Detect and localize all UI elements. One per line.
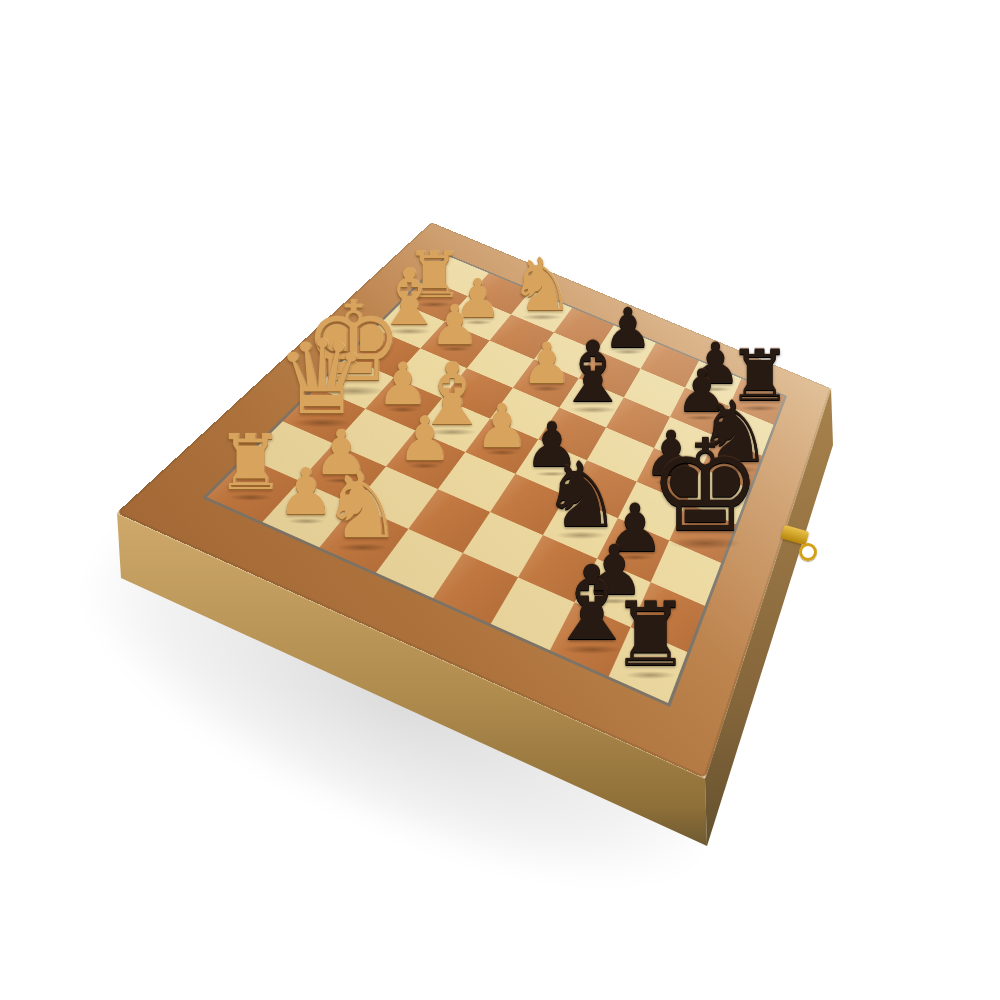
light-knight-a3[interactable]: ♞ <box>509 248 575 321</box>
piece-glyph: ♜ <box>611 591 691 680</box>
light-queen-f1[interactable]: ♛ <box>276 326 368 429</box>
chess-box-photo: ♜♝♚♛♜♟♟♟♟♟♞♝♟♞♟♟♟♝♟♞♟♟♟♟♟♝♜♞♚♜ <box>0 0 1000 1000</box>
piece-glyph: ♟ <box>475 395 529 456</box>
piece-glyph: ♟ <box>397 408 452 469</box>
brass-latch-ring <box>799 543 817 561</box>
piece-glyph: ♞ <box>321 462 402 553</box>
piece-glyph: ♜ <box>216 424 285 501</box>
piece-glyph: ♝ <box>555 330 630 414</box>
dark-rook-h8[interactable]: ♜ <box>611 591 691 680</box>
piece-glyph: ♞ <box>509 248 575 321</box>
piece-glyph: ♛ <box>276 326 368 429</box>
light-rook-h1[interactable]: ♜ <box>216 424 285 501</box>
light-pawn-e4[interactable]: ♟ <box>475 395 529 456</box>
dark-king-e8[interactable]: ♚ <box>648 423 762 550</box>
light-pawn-f3[interactable]: ♟ <box>397 408 452 469</box>
light-knight-h3[interactable]: ♞ <box>321 462 402 553</box>
dark-bishop-c5[interactable]: ♝ <box>555 330 630 414</box>
piece-glyph: ♚ <box>648 423 762 550</box>
